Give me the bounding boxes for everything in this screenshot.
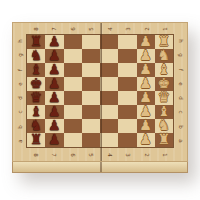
square-a8[interactable]: ♜ xyxy=(27,133,45,147)
piece-black-pawn: ♟ xyxy=(48,132,61,146)
square-h5[interactable] xyxy=(82,35,100,49)
square-a2[interactable]: ♟ xyxy=(137,133,155,147)
file-labels-right: hgfedcba xyxy=(174,34,187,148)
rank-label: 1 xyxy=(162,27,168,31)
front-edge-seam xyxy=(100,162,102,172)
board-front-edge xyxy=(12,162,188,173)
piece-white-pawn: ♟ xyxy=(139,118,152,132)
piece-black-rook: ♜ xyxy=(30,132,43,146)
file-label: g xyxy=(17,54,23,58)
file-label: e xyxy=(177,82,183,85)
rank-label: 7 xyxy=(51,153,57,157)
rank-label: 6 xyxy=(69,27,75,31)
square-a5[interactable] xyxy=(82,133,100,147)
chess-board: 87654321 87654321 hgfedcba hgfedcba ♜♟♟♜… xyxy=(12,22,188,173)
file-label: b xyxy=(17,125,23,129)
file-label: c xyxy=(17,111,23,114)
piece-black-knight: ♞ xyxy=(30,48,43,62)
file-labels-left: hgfedcba xyxy=(13,34,26,148)
square-c3[interactable] xyxy=(118,105,136,119)
piece-white-pawn: ♟ xyxy=(139,132,152,146)
square-h4[interactable] xyxy=(100,35,118,49)
square-a7[interactable]: ♟ xyxy=(45,133,63,147)
rank-label: 1 xyxy=(162,153,168,157)
board-frame: 87654321 87654321 hgfedcba hgfedcba ♜♟♟♜… xyxy=(12,22,188,162)
file-label: f xyxy=(17,69,23,71)
piece-white-pawn: ♟ xyxy=(139,90,152,104)
file-label: a xyxy=(17,139,23,142)
file-label: f xyxy=(178,69,184,71)
file-label: b xyxy=(178,125,184,129)
file-label: c xyxy=(178,111,184,114)
rank-label: 2 xyxy=(143,153,149,157)
piece-white-pawn: ♟ xyxy=(139,48,152,62)
square-g6[interactable] xyxy=(64,49,82,63)
piece-black-king: ♚ xyxy=(30,76,43,90)
piece-black-pawn: ♟ xyxy=(48,48,61,62)
square-b4[interactable] xyxy=(100,119,118,133)
square-f5[interactable] xyxy=(82,63,100,77)
file-label: h xyxy=(178,39,184,43)
file-label: d xyxy=(178,96,184,100)
rank-label: 4 xyxy=(106,27,112,31)
piece-white-bishop: ♝ xyxy=(158,62,171,76)
square-h3[interactable] xyxy=(118,35,136,49)
square-g5[interactable] xyxy=(82,49,100,63)
square-d3[interactable] xyxy=(118,91,136,105)
hinge-seam xyxy=(100,23,102,161)
piece-black-pawn: ♟ xyxy=(48,118,61,132)
square-b3[interactable] xyxy=(118,119,136,133)
chess-set-photo: 87654321 87654321 hgfedcba hgfedcba ♜♟♟♜… xyxy=(0,0,200,200)
piece-black-queen: ♛ xyxy=(30,90,43,104)
square-a1[interactable]: ♜ xyxy=(155,133,173,147)
rank-label: 8 xyxy=(32,153,38,157)
square-f6[interactable] xyxy=(64,63,82,77)
square-e3[interactable] xyxy=(118,77,136,91)
file-label: e xyxy=(16,82,22,85)
square-c6[interactable] xyxy=(64,105,82,119)
piece-black-bishop: ♝ xyxy=(30,62,43,76)
file-label: d xyxy=(17,96,23,100)
square-e4[interactable] xyxy=(100,77,118,91)
piece-black-pawn: ♟ xyxy=(48,62,61,76)
square-f4[interactable] xyxy=(100,63,118,77)
square-a4[interactable] xyxy=(100,133,118,147)
piece-black-pawn: ♟ xyxy=(48,34,61,48)
file-label: a xyxy=(178,139,184,142)
rank-label: 3 xyxy=(125,27,131,31)
piece-white-pawn: ♟ xyxy=(139,76,152,90)
square-d4[interactable] xyxy=(100,91,118,105)
square-g4[interactable] xyxy=(100,49,118,63)
square-b6[interactable] xyxy=(64,119,82,133)
rank-label: 4 xyxy=(106,153,112,157)
piece-white-king: ♚ xyxy=(158,76,171,90)
piece-black-pawn: ♟ xyxy=(48,104,61,118)
piece-white-rook: ♜ xyxy=(158,132,171,146)
piece-white-rook: ♜ xyxy=(158,34,171,48)
piece-black-rook: ♜ xyxy=(30,34,43,48)
square-e6[interactable] xyxy=(64,77,82,91)
piece-black-pawn: ♟ xyxy=(48,76,61,90)
piece-black-pawn: ♟ xyxy=(48,90,61,104)
file-label: h xyxy=(17,39,23,43)
rank-label: 3 xyxy=(125,153,131,157)
rank-label: 2 xyxy=(143,27,149,31)
piece-white-pawn: ♟ xyxy=(139,104,152,118)
square-a6[interactable] xyxy=(64,133,82,147)
square-c5[interactable] xyxy=(82,105,100,119)
square-h6[interactable] xyxy=(64,35,82,49)
rank-label: 6 xyxy=(69,153,75,157)
square-e5[interactable] xyxy=(82,77,100,91)
piece-white-bishop: ♝ xyxy=(158,104,171,118)
piece-black-bishop: ♝ xyxy=(30,104,43,118)
piece-black-knight: ♞ xyxy=(30,118,43,132)
square-g3[interactable] xyxy=(118,49,136,63)
square-d6[interactable] xyxy=(64,91,82,105)
square-d5[interactable] xyxy=(82,91,100,105)
rank-label: 5 xyxy=(88,153,94,157)
square-c4[interactable] xyxy=(100,105,118,119)
piece-white-queen: ♛ xyxy=(158,90,171,104)
square-b5[interactable] xyxy=(82,119,100,133)
piece-white-pawn: ♟ xyxy=(139,34,152,48)
file-label: g xyxy=(178,54,184,58)
piece-white-knight: ♞ xyxy=(158,48,171,62)
square-a3[interactable] xyxy=(118,133,136,147)
square-f3[interactable] xyxy=(118,63,136,77)
piece-white-knight: ♞ xyxy=(158,118,171,132)
rank-label: 8 xyxy=(32,27,38,31)
piece-white-pawn: ♟ xyxy=(139,62,152,76)
rank-label: 7 xyxy=(51,27,57,31)
rank-label: 5 xyxy=(88,27,94,31)
